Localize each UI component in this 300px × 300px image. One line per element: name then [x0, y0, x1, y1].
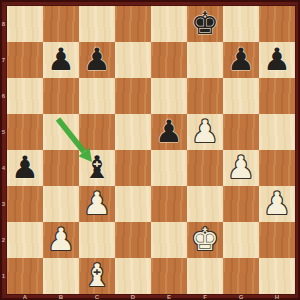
board-frame: ♚♟♟♟♟♟♟♟♝♟♟♟♟♚♝ 87654321ABCDEFGH	[0, 0, 300, 300]
square-h2[interactable]	[259, 222, 295, 258]
rank-label-5: 5	[0, 114, 7, 150]
square-d1[interactable]	[115, 258, 151, 294]
file-label-G: G	[223, 294, 259, 300]
square-c2[interactable]	[79, 222, 115, 258]
square-g2[interactable]	[223, 222, 259, 258]
square-b4[interactable]	[43, 150, 79, 186]
square-b6[interactable]	[43, 78, 79, 114]
piece-black-pawn-b7[interactable]: ♟	[47, 41, 75, 77]
square-h1[interactable]	[259, 258, 295, 294]
square-g1[interactable]	[223, 258, 259, 294]
square-b3[interactable]	[43, 186, 79, 222]
piece-white-king-f2[interactable]: ♚	[191, 221, 219, 257]
square-c3[interactable]: ♟	[79, 186, 115, 222]
rank-label-8: 8	[0, 6, 7, 42]
square-a6[interactable]	[7, 78, 43, 114]
square-f2[interactable]: ♚	[187, 222, 223, 258]
square-c7[interactable]: ♟	[79, 42, 115, 78]
square-c4[interactable]: ♝	[79, 150, 115, 186]
square-g3[interactable]	[223, 186, 259, 222]
square-b8[interactable]	[43, 6, 79, 42]
rank-label-1: 1	[0, 258, 7, 294]
file-label-F: F	[187, 294, 223, 300]
square-e2[interactable]	[151, 222, 187, 258]
square-g4[interactable]: ♟	[223, 150, 259, 186]
rank-label-4: 4	[0, 150, 7, 186]
square-e1[interactable]	[151, 258, 187, 294]
piece-black-pawn-h7[interactable]: ♟	[263, 41, 291, 77]
square-e4[interactable]	[151, 150, 187, 186]
rank-label-7: 7	[0, 42, 7, 78]
square-g7[interactable]: ♟	[223, 42, 259, 78]
square-f7[interactable]	[187, 42, 223, 78]
square-f3[interactable]	[187, 186, 223, 222]
square-h8[interactable]	[259, 6, 295, 42]
file-label-C: C	[79, 294, 115, 300]
square-d7[interactable]	[115, 42, 151, 78]
square-h3[interactable]: ♟	[259, 186, 295, 222]
file-label-E: E	[151, 294, 187, 300]
square-h7[interactable]: ♟	[259, 42, 295, 78]
square-a4[interactable]: ♟	[7, 150, 43, 186]
square-a3[interactable]	[7, 186, 43, 222]
piece-white-pawn-g4[interactable]: ♟	[227, 149, 255, 185]
piece-black-king-f8[interactable]: ♚	[191, 5, 219, 41]
file-label-B: B	[43, 294, 79, 300]
piece-black-pawn-g7[interactable]: ♟	[227, 41, 255, 77]
square-b1[interactable]	[43, 258, 79, 294]
square-c6[interactable]	[79, 78, 115, 114]
file-label-H: H	[259, 294, 295, 300]
square-b5[interactable]	[43, 114, 79, 150]
square-d3[interactable]	[115, 186, 151, 222]
square-e8[interactable]	[151, 6, 187, 42]
rank-label-2: 2	[0, 222, 7, 258]
piece-white-pawn-c3[interactable]: ♟	[83, 185, 111, 221]
square-f5[interactable]: ♟	[187, 114, 223, 150]
square-g6[interactable]	[223, 78, 259, 114]
square-d8[interactable]	[115, 6, 151, 42]
square-c5[interactable]	[79, 114, 115, 150]
square-e7[interactable]	[151, 42, 187, 78]
square-h6[interactable]	[259, 78, 295, 114]
rank-label-6: 6	[0, 78, 7, 114]
square-d5[interactable]	[115, 114, 151, 150]
square-a2[interactable]	[7, 222, 43, 258]
square-e5[interactable]: ♟	[151, 114, 187, 150]
piece-white-bishop-c1[interactable]: ♝	[83, 257, 111, 293]
piece-black-pawn-c7[interactable]: ♟	[83, 41, 111, 77]
square-d4[interactable]	[115, 150, 151, 186]
square-f4[interactable]	[187, 150, 223, 186]
square-d6[interactable]	[115, 78, 151, 114]
square-g5[interactable]	[223, 114, 259, 150]
piece-white-pawn-f5[interactable]: ♟	[191, 113, 219, 149]
piece-white-pawn-b2[interactable]: ♟	[47, 221, 75, 257]
square-c1[interactable]: ♝	[79, 258, 115, 294]
square-d2[interactable]	[115, 222, 151, 258]
square-a8[interactable]	[7, 6, 43, 42]
square-b2[interactable]: ♟	[43, 222, 79, 258]
piece-black-pawn-e5[interactable]: ♟	[155, 113, 183, 149]
square-c8[interactable]	[79, 6, 115, 42]
square-f6[interactable]	[187, 78, 223, 114]
rank-label-3: 3	[0, 186, 7, 222]
square-e3[interactable]	[151, 186, 187, 222]
piece-black-bishop-c4[interactable]: ♝	[83, 149, 111, 185]
square-a5[interactable]	[7, 114, 43, 150]
square-f8[interactable]: ♚	[187, 6, 223, 42]
file-label-D: D	[115, 294, 151, 300]
square-h4[interactable]	[259, 150, 295, 186]
square-h5[interactable]	[259, 114, 295, 150]
square-a7[interactable]	[7, 42, 43, 78]
file-label-A: A	[7, 294, 43, 300]
square-f1[interactable]	[187, 258, 223, 294]
chess-board: ♚♟♟♟♟♟♟♟♝♟♟♟♟♚♝	[7, 6, 295, 294]
square-b7[interactable]: ♟	[43, 42, 79, 78]
square-a1[interactable]	[7, 258, 43, 294]
square-g8[interactable]	[223, 6, 259, 42]
piece-black-pawn-a4[interactable]: ♟	[11, 149, 39, 185]
square-e6[interactable]	[151, 78, 187, 114]
piece-white-pawn-h3[interactable]: ♟	[263, 185, 291, 221]
